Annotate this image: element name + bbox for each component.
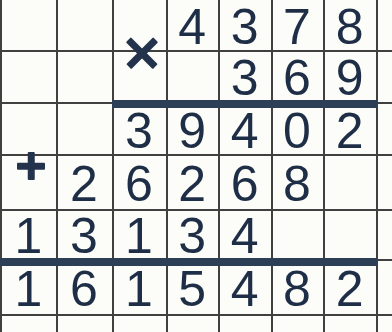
cell-r5c3: 5 <box>166 262 219 317</box>
cell-r5c5: 8 <box>271 262 323 317</box>
long-multiplication-worksheet: 43783693940226268131341615482 <box>0 0 392 332</box>
cell-r1c5: 6 <box>271 52 323 105</box>
cell-r1c6: 9 <box>323 52 377 105</box>
cell-r2c4: 4 <box>219 105 272 157</box>
cell-r0c3: 4 <box>166 2 219 52</box>
cell-r5c2: 1 <box>112 262 166 317</box>
plus-icon <box>17 152 45 180</box>
multiply-icon <box>127 38 157 68</box>
cell-r2c5: 0 <box>271 105 323 157</box>
cell-r0c6: 8 <box>323 2 377 52</box>
cell-r4c2: 1 <box>112 211 166 262</box>
cell-r2c6: 2 <box>323 105 377 157</box>
cell-r3c4: 6 <box>219 157 272 212</box>
cell-r0c4: 3 <box>219 2 272 52</box>
cell-r1c4: 3 <box>219 52 272 105</box>
cell-r5c0: 1 <box>1 262 56 317</box>
plus-stroke-vertical <box>28 152 35 180</box>
cell-r2c3: 9 <box>166 105 219 157</box>
cell-r5c6: 2 <box>323 262 377 317</box>
cell-r3c3: 2 <box>166 157 219 212</box>
cell-r3c2: 6 <box>112 157 166 212</box>
cell-r4c4: 4 <box>219 211 272 262</box>
cell-r3c5: 8 <box>271 157 323 212</box>
cell-r2c2: 3 <box>112 105 166 157</box>
cell-r4c3: 3 <box>166 211 219 262</box>
cell-r0c5: 7 <box>271 2 323 52</box>
cell-r3c1: 2 <box>56 157 112 212</box>
cell-r5c1: 6 <box>56 262 112 317</box>
cell-r4c0: 1 <box>1 211 56 262</box>
cell-r4c1: 3 <box>56 211 112 262</box>
cell-r5c4: 4 <box>219 262 272 317</box>
